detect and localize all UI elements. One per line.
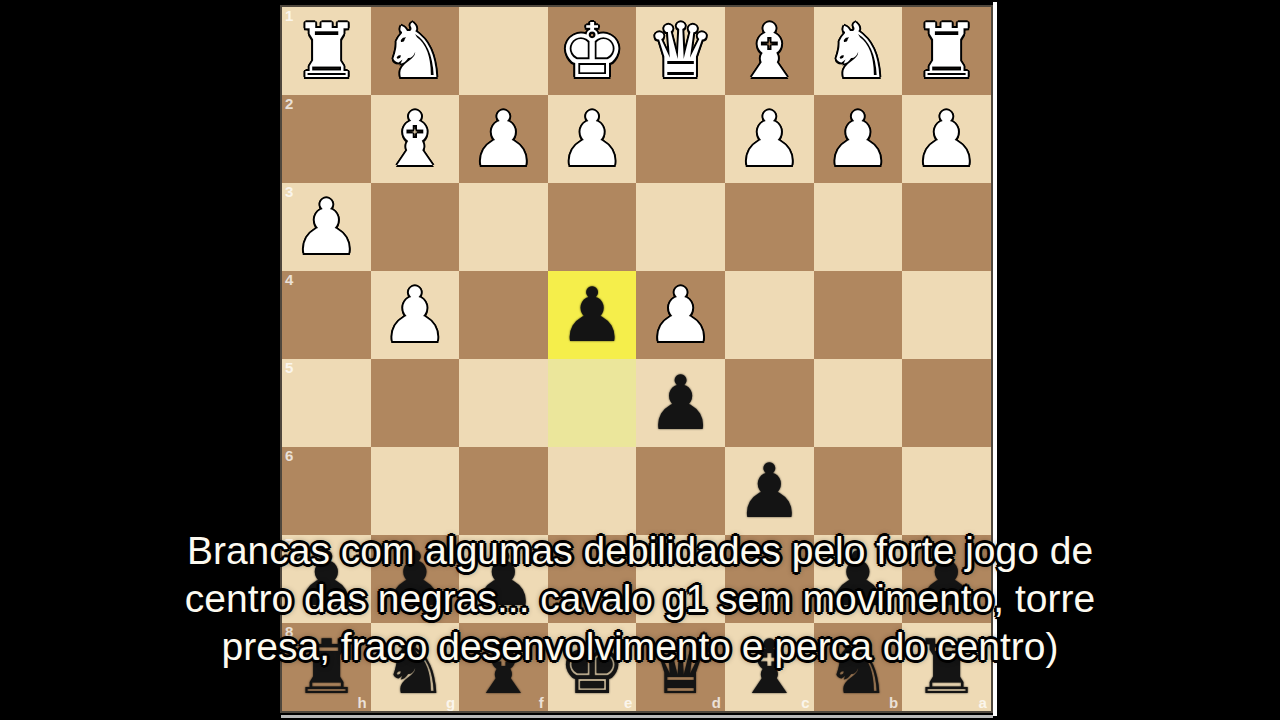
square-a1[interactable]: ♜: [902, 7, 991, 95]
file-label-b: b: [889, 695, 898, 710]
square-c5[interactable]: [725, 359, 814, 447]
white-king[interactable]: ♚: [558, 14, 625, 89]
white-bishop[interactable]: ♝: [381, 102, 448, 177]
subtitle-overlay: Brancas com algumas debilidades pelo for…: [0, 527, 1280, 671]
square-f5[interactable]: [459, 359, 548, 447]
square-g3[interactable]: [371, 183, 460, 271]
square-c2[interactable]: ♟: [725, 95, 814, 183]
square-h2[interactable]: 2: [282, 95, 371, 183]
square-h6[interactable]: 6: [282, 447, 371, 535]
square-g4[interactable]: ♟: [371, 271, 460, 359]
file-label-h: h: [357, 695, 366, 710]
subtitle-line-3: presa, fraco desenvolvimento e perca do …: [0, 623, 1280, 671]
square-d5[interactable]: ♟: [636, 359, 725, 447]
square-c4[interactable]: [725, 271, 814, 359]
square-b2[interactable]: ♟: [814, 95, 903, 183]
white-pawn[interactable]: ♟: [470, 102, 537, 177]
square-a4[interactable]: [902, 271, 991, 359]
square-e3[interactable]: [548, 183, 637, 271]
square-f4[interactable]: [459, 271, 548, 359]
file-label-g: g: [446, 695, 455, 710]
square-b1[interactable]: ♞: [814, 7, 903, 95]
square-d3[interactable]: [636, 183, 725, 271]
square-f6[interactable]: [459, 447, 548, 535]
square-b5[interactable]: [814, 359, 903, 447]
white-bishop[interactable]: ♝: [736, 14, 803, 89]
white-pawn[interactable]: ♟: [293, 190, 360, 265]
square-g5[interactable]: [371, 359, 460, 447]
square-d1[interactable]: ♛: [636, 7, 725, 95]
square-a6[interactable]: [902, 447, 991, 535]
white-pawn[interactable]: ♟: [913, 102, 980, 177]
square-a5[interactable]: [902, 359, 991, 447]
white-rook[interactable]: ♜: [913, 14, 980, 89]
square-g1[interactable]: ♞: [371, 7, 460, 95]
white-queen[interactable]: ♛: [647, 14, 714, 89]
square-c6[interactable]: ♟: [725, 447, 814, 535]
black-pawn[interactable]: ♟: [558, 278, 625, 353]
white-knight[interactable]: ♞: [824, 14, 891, 89]
square-d2[interactable]: [636, 95, 725, 183]
white-pawn[interactable]: ♟: [647, 278, 714, 353]
rank-label-2: 2: [285, 96, 293, 111]
file-label-e: e: [624, 695, 632, 710]
square-e5[interactable]: [548, 359, 637, 447]
white-knight[interactable]: ♞: [381, 14, 448, 89]
video-frame: 1♜♞♚♛♝♞♜2♝♟♟♟♟♟3♟4♟♟♟5♟6♟7♟♟♟♟♟8h♜g♞f♝e♚…: [0, 0, 1280, 720]
video-frame-edge-bottom: [281, 715, 993, 718]
rank-label-6: 6: [285, 448, 293, 463]
square-e2[interactable]: ♟: [548, 95, 637, 183]
rank-label-5: 5: [285, 360, 293, 375]
rank-label-1: 1: [285, 8, 293, 23]
square-f1[interactable]: [459, 7, 548, 95]
subtitle-line-1: Brancas com algumas debilidades pelo for…: [0, 527, 1280, 575]
black-pawn[interactable]: ♟: [736, 454, 803, 529]
white-pawn[interactable]: ♟: [736, 102, 803, 177]
file-label-f: f: [539, 695, 544, 710]
white-rook[interactable]: ♜: [293, 14, 360, 89]
white-pawn[interactable]: ♟: [824, 102, 891, 177]
square-e4[interactable]: ♟: [548, 271, 637, 359]
square-a3[interactable]: [902, 183, 991, 271]
rank-label-3: 3: [285, 184, 293, 199]
square-d6[interactable]: [636, 447, 725, 535]
file-label-c: c: [801, 695, 809, 710]
square-h4[interactable]: 4: [282, 271, 371, 359]
square-h3[interactable]: 3♟: [282, 183, 371, 271]
square-g6[interactable]: [371, 447, 460, 535]
square-e1[interactable]: ♚: [548, 7, 637, 95]
square-b6[interactable]: [814, 447, 903, 535]
file-label-a: a: [978, 695, 986, 710]
square-f2[interactable]: ♟: [459, 95, 548, 183]
square-c1[interactable]: ♝: [725, 7, 814, 95]
file-label-d: d: [712, 695, 721, 710]
square-f3[interactable]: [459, 183, 548, 271]
white-pawn[interactable]: ♟: [558, 102, 625, 177]
square-b4[interactable]: [814, 271, 903, 359]
subtitle-line-2: centro das negras... cavalo g1 sem movim…: [0, 575, 1280, 623]
square-g2[interactable]: ♝: [371, 95, 460, 183]
square-h5[interactable]: 5: [282, 359, 371, 447]
square-a2[interactable]: ♟: [902, 95, 991, 183]
square-h1[interactable]: 1♜: [282, 7, 371, 95]
black-pawn[interactable]: ♟: [647, 366, 714, 441]
rank-label-4: 4: [285, 272, 293, 287]
square-c3[interactable]: [725, 183, 814, 271]
white-pawn[interactable]: ♟: [381, 278, 448, 353]
square-d4[interactable]: ♟: [636, 271, 725, 359]
square-b3[interactable]: [814, 183, 903, 271]
square-e6[interactable]: [548, 447, 637, 535]
